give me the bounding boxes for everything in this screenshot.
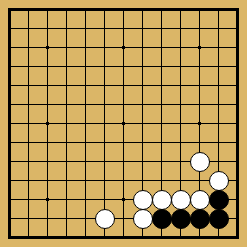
hoshi-point — [46, 198, 49, 201]
hoshi-point — [122, 122, 125, 125]
white-stone[interactable] — [209, 171, 229, 191]
hoshi-point — [198, 46, 201, 49]
white-stone[interactable] — [171, 190, 191, 210]
black-stone[interactable] — [152, 209, 172, 229]
grid-line-horizontal — [11, 142, 236, 143]
go-board-diagram — [0, 0, 247, 247]
white-stone[interactable] — [190, 152, 210, 172]
white-stone[interactable] — [152, 190, 172, 210]
hoshi-point — [46, 46, 49, 49]
hoshi-point — [122, 198, 125, 201]
black-stone[interactable] — [209, 190, 229, 210]
white-stone[interactable] — [133, 190, 153, 210]
hoshi-point — [46, 122, 49, 125]
hoshi-point — [198, 122, 201, 125]
black-stone[interactable] — [190, 209, 210, 229]
hoshi-point — [122, 46, 125, 49]
black-stone[interactable] — [171, 209, 191, 229]
grid-line-horizontal — [11, 180, 236, 181]
black-stone[interactable] — [209, 209, 229, 229]
white-stone[interactable] — [190, 190, 210, 210]
white-stone[interactable] — [133, 209, 153, 229]
go-board[interactable] — [8, 8, 239, 239]
white-stone[interactable] — [95, 209, 115, 229]
